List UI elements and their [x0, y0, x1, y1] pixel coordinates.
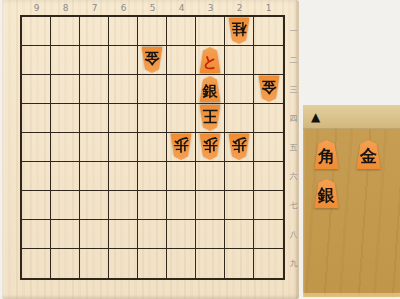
board-square[interactable] [109, 133, 138, 162]
board-square[interactable] [80, 104, 109, 133]
board-square[interactable] [225, 249, 254, 278]
board-square[interactable] [167, 249, 196, 278]
shogi-app: 987654321 桂金と銀金王歩歩歩 一二三四五六七八九 ▲ 角金銀 [0, 0, 400, 299]
board-square[interactable]: 歩 [167, 133, 196, 162]
board-square[interactable] [196, 191, 225, 220]
board-square[interactable] [167, 46, 196, 75]
board-square[interactable]: 歩 [196, 133, 225, 162]
board-square[interactable] [22, 17, 51, 46]
board-square[interactable] [80, 162, 109, 191]
piece-gold[interactable]: 金 [141, 47, 164, 73]
file-label: 3 [196, 2, 225, 15]
board-square[interactable] [51, 104, 80, 133]
board-square[interactable] [51, 191, 80, 220]
board-square[interactable] [225, 220, 254, 249]
board-square[interactable] [138, 17, 167, 46]
board-square[interactable]: 金 [254, 75, 283, 104]
board-square[interactable] [109, 104, 138, 133]
board-square[interactable] [109, 17, 138, 46]
board-square[interactable] [225, 46, 254, 75]
board-square[interactable] [22, 104, 51, 133]
board-square[interactable] [254, 162, 283, 191]
board-square[interactable] [138, 220, 167, 249]
board-square[interactable]: と [196, 46, 225, 75]
board-square[interactable] [167, 191, 196, 220]
piece-kanji: 金 [145, 51, 160, 66]
board-square[interactable] [51, 17, 80, 46]
board-square[interactable] [138, 75, 167, 104]
board-square[interactable] [80, 191, 109, 220]
piece-knight[interactable]: 桂 [228, 18, 251, 44]
board-square[interactable]: 金 [138, 46, 167, 75]
rank-label: 八 [287, 220, 300, 249]
board-square[interactable] [196, 162, 225, 191]
board-square[interactable] [167, 220, 196, 249]
board-square[interactable] [167, 17, 196, 46]
piece-kanji: 歩 [174, 138, 189, 153]
rank-labels: 一二三四五六七八九 [287, 17, 300, 278]
board-grid: 桂金と銀金王歩歩歩 [20, 15, 285, 280]
board-square[interactable] [109, 220, 138, 249]
board-square[interactable] [22, 162, 51, 191]
hand-pieces: 角金銀 [303, 129, 400, 208]
board-square[interactable] [138, 249, 167, 278]
sente-turn-marker: ▲ [311, 111, 320, 123]
rank-label: 五 [287, 133, 300, 162]
piece-kanji: 銀 [203, 84, 218, 99]
board-square[interactable]: 桂 [225, 17, 254, 46]
board-square[interactable] [254, 133, 283, 162]
rank-label: 一 [287, 17, 300, 46]
board-square[interactable] [80, 133, 109, 162]
board-square[interactable] [167, 75, 196, 104]
hand-row: 銀 [313, 179, 400, 208]
piece-tokin[interactable]: と [199, 47, 222, 73]
rank-label: 四 [287, 104, 300, 133]
board-square[interactable] [138, 104, 167, 133]
board-square[interactable] [22, 133, 51, 162]
rank-label: 二 [287, 46, 300, 75]
board-square[interactable] [51, 75, 80, 104]
file-label: 5 [138, 2, 167, 15]
board-square[interactable] [51, 249, 80, 278]
file-labels: 987654321 [22, 2, 283, 15]
board-square[interactable] [196, 249, 225, 278]
hand-piece-silver[interactable]: 銀 [313, 179, 340, 208]
hand-piece-bishop[interactable]: 角 [313, 140, 340, 169]
board-square[interactable] [51, 133, 80, 162]
board-square[interactable] [109, 46, 138, 75]
rank-label: 七 [287, 191, 300, 220]
board-square[interactable] [51, 46, 80, 75]
board-square[interactable] [225, 75, 254, 104]
board-square[interactable] [109, 191, 138, 220]
board-square[interactable] [254, 220, 283, 249]
file-label: 4 [167, 2, 196, 15]
file-label: 2 [225, 2, 254, 15]
hand-piece-gold[interactable]: 金 [355, 140, 382, 169]
board-square[interactable] [254, 46, 283, 75]
board-square[interactable] [225, 191, 254, 220]
board-square[interactable] [254, 191, 283, 220]
board-square[interactable]: 歩 [225, 133, 254, 162]
piece-kanji: 歩 [203, 138, 218, 153]
board-square[interactable] [254, 104, 283, 133]
board-square[interactable] [22, 75, 51, 104]
file-label: 1 [254, 2, 283, 15]
piece-king[interactable]: 王 [199, 105, 222, 131]
piece-pawn[interactable]: 歩 [170, 134, 193, 160]
piece-kanji: 桂 [232, 22, 247, 37]
piece-kanji: 銀 [318, 187, 335, 204]
piece-kanji: と [202, 55, 217, 70]
file-label: 8 [51, 2, 80, 15]
board-square[interactable] [51, 162, 80, 191]
board-square[interactable] [80, 220, 109, 249]
rank-label: 六 [287, 162, 300, 191]
board-square[interactable] [80, 75, 109, 104]
board-square[interactable] [167, 104, 196, 133]
hand-row: 角金 [313, 140, 400, 169]
board-square[interactable] [109, 249, 138, 278]
piece-pawn[interactable]: 歩 [228, 134, 251, 160]
rank-label: 三 [287, 75, 300, 104]
hand-stand-header: ▲ [303, 105, 400, 129]
piece-kanji: 角 [318, 148, 335, 165]
board-square[interactable]: 銀 [196, 75, 225, 104]
board-square[interactable] [109, 75, 138, 104]
board-square[interactable] [22, 220, 51, 249]
piece-kanji: 金 [261, 80, 276, 95]
board-square[interactable] [167, 162, 196, 191]
piece-silver[interactable]: 銀 [199, 76, 222, 102]
board-square[interactable] [80, 46, 109, 75]
board-square[interactable] [254, 17, 283, 46]
board-square[interactable]: 王 [196, 104, 225, 133]
board-square[interactable] [51, 220, 80, 249]
board-square[interactable] [80, 249, 109, 278]
board-square[interactable] [138, 133, 167, 162]
board-square[interactable] [254, 249, 283, 278]
file-label: 7 [80, 2, 109, 15]
piece-pawn[interactable]: 歩 [199, 134, 222, 160]
board-square[interactable] [22, 46, 51, 75]
board-square[interactable] [22, 249, 51, 278]
piece-kanji: 王 [203, 109, 218, 124]
piece-gold[interactable]: 金 [257, 76, 280, 102]
board-square[interactable] [196, 220, 225, 249]
board-square[interactable] [225, 104, 254, 133]
board-square[interactable] [22, 191, 51, 220]
shogi-board: 987654321 桂金と銀金王歩歩歩 一二三四五六七八九 [2, 0, 299, 299]
board-square[interactable] [225, 162, 254, 191]
sente-hand-stand: ▲ 角金銀 [303, 105, 400, 297]
board-square[interactable] [138, 162, 167, 191]
board-square[interactable] [196, 17, 225, 46]
file-label: 9 [22, 2, 51, 15]
piece-kanji: 金 [360, 148, 377, 165]
file-label: 6 [109, 2, 138, 15]
rank-label: 九 [287, 249, 300, 278]
piece-kanji: 歩 [232, 138, 247, 153]
board-square[interactable] [138, 191, 167, 220]
board-square[interactable] [80, 17, 109, 46]
board-square[interactable] [109, 162, 138, 191]
